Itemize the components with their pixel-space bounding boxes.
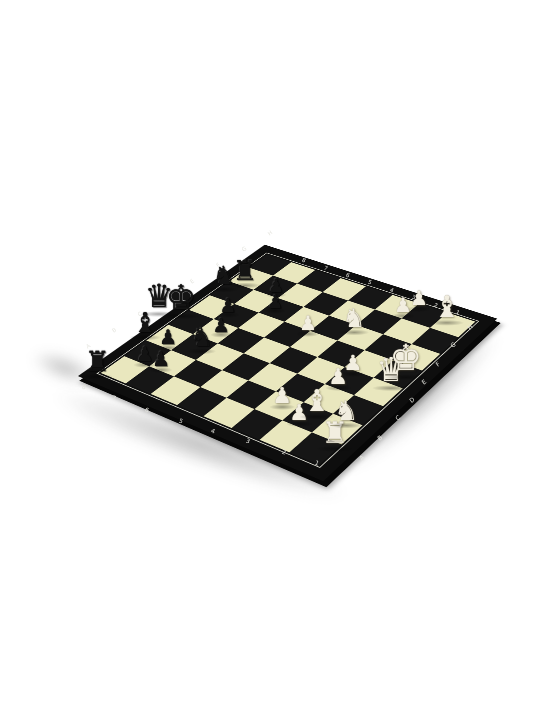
piece-white-pawn-h2: ♟ — [410, 286, 428, 310]
piece-white-pawn-b3: ♟ — [272, 383, 292, 408]
coord-label-far_files-B: B — [111, 326, 118, 333]
coord-label-near_ranks-8: 8 — [81, 384, 87, 391]
piece-white-knight-b1: ♞ — [334, 395, 358, 426]
piece-black-pawn-e7: ♟ — [219, 294, 236, 316]
piece-shadow — [161, 313, 201, 319]
piece-black-rook-g8: ♜ — [233, 255, 257, 286]
piece-white-pawn-e5: ♟ — [299, 311, 317, 335]
piece-white-knight-e4: ♞ — [342, 303, 365, 333]
piece-black-rook-a8: ♜ — [84, 345, 109, 378]
piece-shadow — [325, 385, 351, 391]
photo-stage: ABCDEFGH12345678ABCDEFGH12345678 ♜♞♟♝♟♟♛… — [0, 0, 540, 720]
piece-shadow — [217, 312, 239, 318]
piece-shadow — [265, 308, 286, 314]
piece-shadow — [385, 374, 427, 380]
piece-shadow — [81, 374, 114, 380]
piece-white-pawn-d2: ♟ — [344, 351, 363, 375]
piece-shadow — [210, 332, 232, 338]
piece-shadow — [300, 414, 335, 420]
piece-shadow — [430, 320, 465, 326]
coord-label-far_files-H: H — [267, 229, 274, 236]
coord-label-far_files-G: G — [241, 245, 248, 252]
piece-black-pawn-f6: ♟ — [267, 291, 283, 312]
piece-shadow — [187, 348, 216, 354]
piece-shadow — [339, 329, 369, 335]
piece-shadow — [269, 404, 295, 410]
bishop-glyph: ♝ — [434, 289, 461, 324]
king-glyph: ♚ — [390, 337, 422, 378]
piece-shadow — [286, 421, 312, 427]
king-glyph: ♚ — [166, 277, 196, 317]
piece-shadow — [318, 446, 353, 452]
piece-black-pawn-c7: ♟ — [159, 325, 177, 349]
piece-white-king-e1: ♚ — [390, 337, 422, 378]
piece-black-knight-c6: ♞ — [191, 323, 213, 352]
piece-white-bishop-h1: ♝ — [434, 289, 461, 324]
piece-black-king-e8: ♚ — [166, 277, 196, 317]
